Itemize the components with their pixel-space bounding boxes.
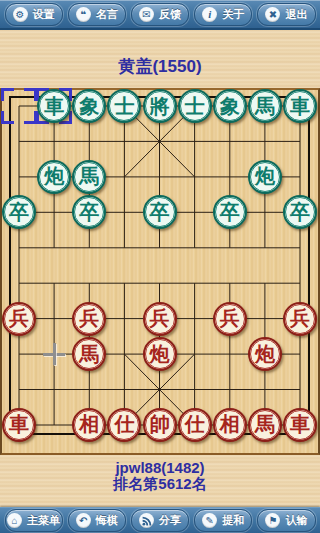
offer-draw-button-label: 提和 <box>222 513 244 528</box>
black-horse[interactable]: 馬 <box>72 160 106 194</box>
red-soldier[interactable]: 兵 <box>143 302 177 336</box>
red-chariot[interactable]: 車 <box>283 408 317 442</box>
about-button-label: 关于 <box>222 7 244 22</box>
black-soldier[interactable]: 卒 <box>213 195 247 229</box>
black-elephant[interactable]: 象 <box>213 89 247 123</box>
feedback-button-label: 反馈 <box>159 7 181 22</box>
red-soldier[interactable]: 兵 <box>2 302 36 336</box>
undo-icon: ↶ <box>76 513 91 528</box>
about-button[interactable]: i 关于 <box>194 3 252 26</box>
exit-button[interactable]: ✖ 退出 <box>257 3 315 26</box>
black-soldier[interactable]: 卒 <box>143 195 177 229</box>
opponent-name-rating: 黄盖(1550) <box>0 55 320 78</box>
red-soldier[interactable]: 兵 <box>213 302 247 336</box>
last-move-marker <box>1 88 37 124</box>
red-advisor[interactable]: 仕 <box>178 408 212 442</box>
close-icon: ✖ <box>265 7 280 22</box>
resign-button-label: 认输 <box>285 513 307 528</box>
black-chariot[interactable]: 車 <box>37 89 71 123</box>
black-general[interactable]: 將 <box>143 89 177 123</box>
black-chariot[interactable]: 車 <box>283 89 317 123</box>
flag-icon: ⚑ <box>265 513 280 528</box>
settings-button-label: 设置 <box>33 7 55 22</box>
black-soldier[interactable]: 卒 <box>283 195 317 229</box>
quotes-button[interactable]: ❝ 名言 <box>68 3 126 26</box>
bottom-toolbar: ⌂ 主菜单 ↶ 悔棋 分享 ✎ 提和 ⚑ 认输 <box>0 507 320 533</box>
player-rank: 排名第5612名 <box>0 475 320 494</box>
board-grid[interactable]: 車象士將士象馬車炮馬炮卒卒卒卒卒兵兵兵兵兵馬炮炮車相仕帥仕相馬車 <box>1 88 317 442</box>
quotes-button-label: 名言 <box>96 7 118 22</box>
red-general[interactable]: 帥 <box>143 408 177 442</box>
black-advisor[interactable]: 士 <box>178 89 212 123</box>
black-horse[interactable]: 馬 <box>248 89 282 123</box>
red-advisor[interactable]: 仕 <box>107 408 141 442</box>
red-horse[interactable]: 馬 <box>248 408 282 442</box>
main-menu-button[interactable]: ⌂ 主菜单 <box>5 509 63 532</box>
red-cannon[interactable]: 炮 <box>248 337 282 371</box>
offer-draw-button[interactable]: ✎ 提和 <box>194 509 252 532</box>
red-elephant[interactable]: 相 <box>72 408 106 442</box>
resign-button[interactable]: ⚑ 认输 <box>257 509 315 532</box>
board-cursor <box>43 343 65 365</box>
settings-button[interactable]: ⚙ 设置 <box>5 3 63 26</box>
feedback-button[interactable]: ✉ 反馈 <box>131 3 189 26</box>
top-toolbar: ⚙ 设置 ❝ 名言 ✉ 反馈 i 关于 ✖ 退出 <box>0 0 320 30</box>
envelope-icon: ✉ <box>139 7 154 22</box>
xiangqi-board[interactable]: 車象士將士象馬車炮馬炮卒卒卒卒卒兵兵兵兵兵馬炮炮車相仕帥仕相馬車 <box>0 88 320 455</box>
black-soldier[interactable]: 卒 <box>72 195 106 229</box>
red-chariot[interactable]: 車 <box>2 408 36 442</box>
exit-button-label: 退出 <box>285 7 307 22</box>
home-icon: ⌂ <box>7 513 22 528</box>
red-cannon[interactable]: 炮 <box>143 337 177 371</box>
player-name-rating: jpwl88(1482) <box>0 459 320 476</box>
black-cannon[interactable]: 炮 <box>248 160 282 194</box>
share-button-label: 分享 <box>159 513 181 528</box>
red-horse[interactable]: 馬 <box>72 337 106 371</box>
black-soldier[interactable]: 卒 <box>2 195 36 229</box>
quote-icon: ❝ <box>76 7 91 22</box>
red-soldier[interactable]: 兵 <box>283 302 317 336</box>
black-advisor[interactable]: 士 <box>107 89 141 123</box>
black-elephant[interactable]: 象 <box>72 89 106 123</box>
main-menu-button-label: 主菜单 <box>27 513 60 528</box>
undo-move-button[interactable]: ↶ 悔棋 <box>68 509 126 532</box>
info-icon: i <box>202 7 217 22</box>
share-button[interactable]: 分享 <box>131 509 189 532</box>
red-elephant[interactable]: 相 <box>213 408 247 442</box>
gear-icon: ⚙ <box>13 7 28 22</box>
black-cannon[interactable]: 炮 <box>37 160 71 194</box>
undo-move-button-label: 悔棋 <box>96 513 118 528</box>
pencil-icon: ✎ <box>202 513 217 528</box>
share-icon <box>139 513 154 528</box>
red-soldier[interactable]: 兵 <box>72 302 106 336</box>
